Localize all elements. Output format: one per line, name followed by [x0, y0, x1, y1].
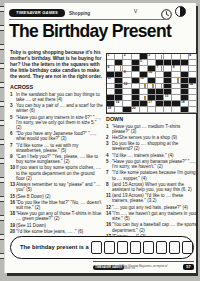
answer-square[interactable]	[130, 241, 141, 254]
down-clue: 3Do you like to .... shopping at the wee…	[106, 141, 199, 151]
down-clue: 16"You can buy a baseball cap .... the s…	[106, 222, 199, 232]
footer-copyright: © Mary Glasgow Magazines, an imprint of …	[119, 266, 179, 271]
crossword-cell[interactable]	[172, 107, 180, 113]
down-clue: 11(and 19 Across) "I'd like to .... thes…	[106, 193, 199, 203]
down-heading: DOWN	[106, 116, 199, 122]
instructions-text: Toby is going shopping because it's his …	[10, 50, 103, 80]
clue-number: 14	[189, 83, 193, 86]
crossword-cell[interactable]: 19	[107, 107, 115, 113]
clue-number: 18	[181, 101, 185, 104]
down-clue-list: 1"Have you got .... medium T-shirts plea…	[106, 124, 199, 239]
clue-number: 12	[140, 77, 144, 80]
clue-text: "Have you got any trainers in size 6?" "…	[16, 115, 103, 131]
clue-text: "Have you got any bananas please?" "....…	[112, 159, 199, 169]
across-clue: 10If you want to buy some sports clothes…	[10, 165, 103, 181]
checkmark-icon: ∨	[133, 7, 138, 15]
answer-square[interactable]	[104, 241, 115, 254]
clue-number: 11	[107, 77, 111, 80]
clue-number: 9	[124, 71, 126, 74]
birthday-candle-icon	[152, 84, 154, 88]
header-rule	[9, 19, 169, 20]
birthday-candle-icon	[161, 66, 163, 70]
crossword-cell[interactable]: 20	[132, 107, 140, 113]
birthday-candle-icon	[161, 55, 163, 59]
birthday-candle-icon	[161, 84, 163, 88]
clue-number: 4	[189, 54, 191, 57]
crossword-cell[interactable]	[156, 107, 164, 113]
answer-square[interactable]	[117, 241, 128, 254]
clue-number: 13	[124, 83, 128, 86]
clue-text: Always remember to say "please" and "...…	[16, 182, 103, 192]
answer-square[interactable]	[91, 241, 102, 254]
clue-number: 5	[140, 60, 142, 63]
across-clue: 1In the sandwich bar you can buy things …	[10, 92, 103, 102]
across-clue: 9"Can I help you?" "Yes, please, .... li…	[10, 154, 103, 164]
clue-number: 20	[132, 107, 136, 110]
page-title: The Birthday Present	[9, 21, 195, 42]
down-clue: 7"I'd like some potatoes because I'm goi…	[106, 170, 199, 180]
across-clue: 5"Have you got any trainers in size 6?" …	[10, 115, 103, 131]
clue-text: ".... you got any red hats, please?" (4)	[112, 205, 199, 210]
crossword-cell[interactable]	[115, 107, 123, 113]
clue-number: 16	[116, 101, 120, 104]
clue-text: He/She serves you in a shop (9)	[112, 135, 199, 140]
down-clue: 12".... you got any red hats, please?" (…	[106, 205, 199, 210]
clue-text: You can buy a pair of .... and a scarf f…	[16, 103, 103, 113]
crossword-cell[interactable]	[189, 107, 197, 113]
clue-number: 3	[148, 54, 150, 57]
crossword-cell[interactable]	[164, 107, 172, 113]
clue-text: "Have you got .... medium T-shirts pleas…	[112, 124, 199, 134]
answer-letter-squares	[91, 241, 193, 254]
paper-sheet: TIMESAVER GAMES Shopping ∨ The Birthday …	[5, 3, 196, 273]
down-clue: 4"I'd like .... trainers please." (4)	[106, 153, 199, 158]
across-heading: ACROSS	[10, 84, 103, 90]
answer-box: The birthday present is a	[10, 236, 194, 259]
down-clue: 2He/She serves you in a shop (9)	[106, 135, 199, 140]
series-badge: TIMESAVER GAMES	[9, 9, 65, 17]
clue-text: "Do you like the blue hat?" "No, .... do…	[16, 200, 103, 210]
clue-text: (and 15 Across) When you want the assist…	[112, 182, 199, 192]
clue-number: 2	[124, 54, 126, 57]
across-clue: 3You can buy a pair of .... and a scarf …	[10, 103, 103, 113]
birthday-candle-icon	[177, 78, 179, 82]
clue-number: 15	[165, 95, 169, 98]
worksheet-page: TIMESAVER GAMES Shopping ∨ The Birthday …	[0, 0, 200, 281]
clue-text: "Can I help you?" "Yes, please, .... lik…	[16, 154, 103, 164]
clue-text: "Do you have any Japanese food?" "...., …	[16, 131, 103, 141]
crossword-grid: 1234567891011121314151617181920	[106, 53, 198, 114]
clue-number: 8	[173, 66, 175, 69]
across-clue: 20"I'd like some blue jeans, .... ." (6)	[10, 229, 103, 234]
clue-text: "I'd like some .... to eat with my straw…	[16, 143, 103, 153]
answer-square[interactable]	[156, 241, 167, 254]
answer-square[interactable]	[143, 241, 154, 254]
across-clue: 7"I'd like some .... to eat with my stra…	[10, 143, 103, 153]
clue-number: 17	[148, 101, 152, 104]
clue-text: (See 8 Down) (2)	[16, 194, 103, 199]
clue-text: "Have you got any of those T-shirts in b…	[16, 211, 103, 221]
across-clue: 19(See 11 Down)	[10, 223, 103, 228]
clue-text: "I'm ...., we haven't got any trainers i…	[112, 211, 199, 221]
clue-number: 10	[148, 71, 152, 74]
clue-number: 1	[107, 54, 109, 57]
clue-text: Do you like to .... shopping at the week…	[112, 141, 199, 151]
down-clue: 14"I'm ...., we haven't got any trainers…	[106, 211, 199, 221]
birthday-candle-icon	[144, 96, 146, 100]
black-cell	[123, 107, 131, 113]
black-cell	[181, 107, 189, 113]
left-column: Toby is going shopping because it's his …	[10, 50, 103, 235]
clue-number: 6	[107, 66, 109, 69]
answer-square[interactable]	[182, 241, 193, 254]
clue-text: (See 11 Down)	[16, 223, 103, 228]
clue-text: (and 19 Across) "I'd like to .... these …	[112, 193, 199, 203]
answer-square[interactable]	[169, 241, 180, 254]
clue-text: "I'd like some potatoes because I'm goin…	[112, 170, 199, 180]
clue-number: 7	[156, 66, 158, 69]
topic-label: Shopping	[69, 11, 90, 16]
across-clue-list: 1In the sandwich bar you can buy things …	[10, 92, 103, 234]
right-column: 1234567891011121314151617181920 DOWN 1"H…	[106, 53, 199, 240]
down-clue: 8(and 15 Across) When you want the assis…	[106, 182, 199, 192]
birthday-candle-icon	[120, 66, 122, 70]
level-half-circle-icon	[175, 6, 186, 17]
down-clue: 5"Have you got any bananas please?" "...…	[106, 159, 199, 169]
across-clue: 6"Do you have any Japanese food?" "....,…	[10, 131, 103, 141]
across-clue: 13Always remember to say "please" and ".…	[10, 182, 103, 192]
clue-text: "I'd like some blue jeans, .... ." (6)	[16, 229, 103, 234]
footer: TIMESAVER GAMES © Mary Glasgow Magazines…	[93, 264, 194, 272]
across-clue: 16"Do you like the blue hat?" "No, .... …	[10, 200, 103, 210]
clue-text: "I'd like .... trainers please." (4)	[112, 153, 199, 158]
down-clue: 1"Have you got .... medium T-shirts plea…	[106, 124, 199, 134]
crossword-cell[interactable]	[148, 107, 156, 113]
clue-text: "You can buy a baseball cap .... the spo…	[112, 222, 199, 232]
answer-box-label: The birthday present is a	[20, 244, 89, 250]
crossword-cell[interactable]	[140, 107, 148, 113]
clue-text: If you want to buy some sports clothes, …	[16, 165, 103, 181]
clue-number: 19	[107, 107, 111, 110]
across-clue: 18"Have you got any of those T-shirts in…	[10, 211, 103, 221]
clue-text: In the sandwich bar you can buy things t…	[16, 92, 103, 102]
clock-icon	[161, 6, 172, 17]
across-clue: 15(See 8 Down) (2)	[10, 194, 103, 199]
footer-rule	[93, 261, 194, 262]
page-number-badge: 57	[183, 264, 194, 270]
birthday-candle-icon	[144, 84, 146, 88]
